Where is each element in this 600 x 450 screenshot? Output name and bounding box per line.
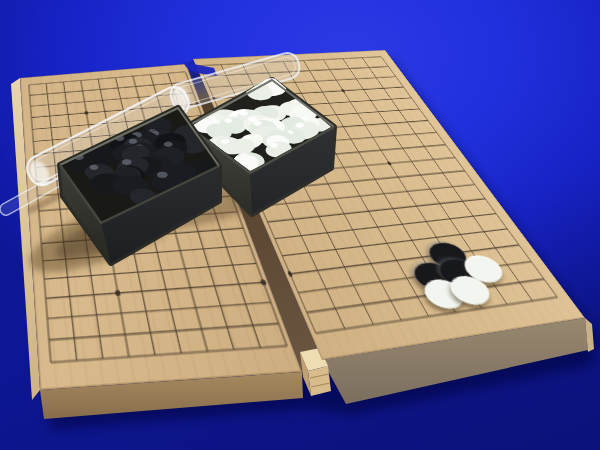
go-set-photo-scene: ●●●●●●: [0, 0, 600, 450]
props-overlay: ●●●●●●●●●●●●●●●●●●●●●●●●●●●●●●●●●●●●●●●●…: [0, 0, 600, 450]
stone-highlight: ●: [270, 141, 279, 148]
stone-highlight: ●: [156, 169, 168, 179]
